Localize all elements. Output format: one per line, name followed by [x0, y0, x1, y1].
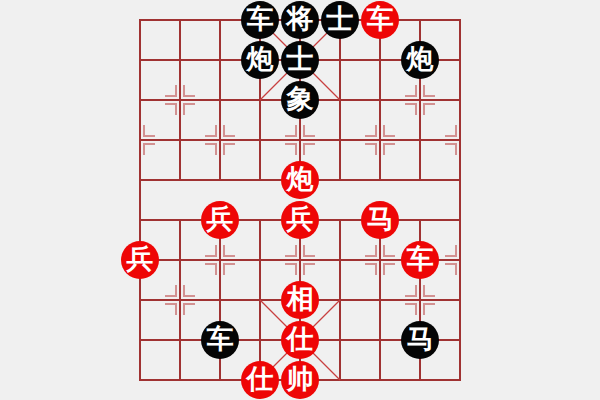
piece-glyph: 车 [367, 6, 394, 33]
piece-glyph: 炮 [407, 46, 434, 73]
red-pawn[interactable]: 兵 [201, 201, 239, 239]
red-advisor[interactable]: 仕 [241, 361, 279, 399]
piece-glyph: 将 [287, 6, 314, 33]
red-chariot[interactable]: 车 [361, 1, 399, 39]
black-horse[interactable]: 马 [401, 321, 439, 359]
piece-glyph: 炮 [287, 166, 314, 193]
piece-glyph: 车 [207, 326, 234, 353]
piece-layer: 车将士车炮士炮象炮兵兵马兵车相车仕马仕帅 [120, 0, 480, 400]
black-advisor[interactable]: 士 [281, 41, 319, 79]
black-general[interactable]: 将 [281, 1, 319, 39]
piece-glyph: 兵 [127, 246, 154, 273]
red-pawn[interactable]: 兵 [121, 241, 159, 279]
red-pawn[interactable]: 兵 [281, 201, 319, 239]
black-elephant[interactable]: 象 [281, 81, 319, 119]
piece-glyph: 仕 [287, 326, 314, 353]
piece-glyph: 相 [287, 286, 314, 313]
piece-glyph: 兵 [287, 206, 314, 233]
piece-glyph: 仕 [247, 366, 274, 393]
black-chariot[interactable]: 车 [241, 1, 279, 39]
red-horse[interactable]: 马 [361, 201, 399, 239]
red-elephant[interactable]: 相 [281, 281, 319, 319]
piece-glyph: 炮 [247, 46, 274, 73]
piece-glyph: 士 [327, 6, 354, 33]
red-advisor[interactable]: 仕 [281, 321, 319, 359]
black-chariot[interactable]: 车 [201, 321, 239, 359]
piece-glyph: 帅 [287, 366, 314, 393]
black-advisor[interactable]: 士 [321, 1, 359, 39]
piece-glyph: 车 [247, 6, 274, 33]
red-cannon[interactable]: 炮 [281, 161, 319, 199]
piece-glyph: 车 [407, 246, 434, 273]
piece-glyph: 马 [367, 206, 394, 233]
red-king[interactable]: 帅 [281, 361, 319, 399]
black-cannon[interactable]: 炮 [241, 41, 279, 79]
piece-glyph: 士 [287, 46, 314, 73]
red-chariot[interactable]: 车 [401, 241, 439, 279]
xiangqi-board: 车将士车炮士炮象炮兵兵马兵车相车仕马仕帅 [0, 0, 600, 400]
black-cannon[interactable]: 炮 [401, 41, 439, 79]
piece-glyph: 兵 [207, 206, 234, 233]
piece-glyph: 象 [287, 86, 314, 113]
piece-glyph: 马 [407, 326, 434, 353]
